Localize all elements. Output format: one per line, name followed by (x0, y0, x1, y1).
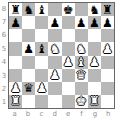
square-e1[interactable] (62, 95, 75, 108)
square-d3[interactable]: ♟ (48, 69, 61, 82)
white-knight: ♞ (50, 42, 61, 54)
square-c2[interactable]: ♟ (35, 82, 48, 95)
white-queen: ♛ (76, 69, 87, 81)
file-label-b: b (21, 109, 34, 119)
rank-labels: 87654321 (0, 2, 8, 109)
black-pawn: ♟ (10, 16, 21, 28)
white-rook: ♜ (10, 95, 21, 107)
square-f2[interactable] (75, 82, 88, 95)
white-knight: ♞ (76, 42, 87, 54)
square-h1[interactable] (101, 95, 114, 108)
square-c5[interactable]: ♝ (35, 42, 48, 55)
white-king: ♚ (76, 95, 87, 107)
square-a1[interactable]: ♜ (9, 95, 22, 108)
black-rook: ♜ (102, 3, 113, 15)
square-d1[interactable] (48, 95, 61, 108)
file-label-g: g (88, 109, 101, 119)
square-f6[interactable] (75, 29, 88, 42)
square-a3[interactable] (9, 69, 22, 82)
chess-board: ♜♞♝♚♞♜♟♟♟♟♟♟♝♞♞♟♟♝♟♟♛♟♛♟♜♚♜ (8, 2, 115, 109)
rank-label-6: 6 (0, 29, 8, 42)
square-d6[interactable] (48, 29, 61, 42)
rank-label-2: 2 (0, 82, 8, 95)
square-h2[interactable] (101, 82, 114, 95)
black-knight: ♞ (23, 3, 34, 15)
white-pawn: ♟ (89, 56, 100, 68)
square-e5[interactable] (62, 42, 75, 55)
black-pawn: ♟ (102, 16, 113, 28)
rank-label-3: 3 (0, 69, 8, 82)
black-knight: ♞ (89, 3, 100, 15)
file-label-h: h (102, 109, 115, 119)
black-bishop: ♝ (36, 42, 47, 54)
square-h5[interactable]: ♟ (101, 42, 114, 55)
black-rook: ♜ (10, 3, 21, 15)
square-h4[interactable] (101, 56, 114, 69)
black-pawn: ♟ (23, 42, 34, 54)
chess-diagram: 87654321 ♜♞♝♚♞♜♟♟♟♟♟♟♝♞♞♟♟♝♟♟♛♟♛♟♜♚♜ abc… (0, 0, 120, 120)
file-label-e: e (62, 109, 75, 119)
square-e7[interactable] (62, 16, 75, 29)
square-e2[interactable] (62, 82, 75, 95)
white-pawn: ♟ (36, 82, 47, 94)
square-e3[interactable] (62, 69, 75, 82)
white-bishop: ♝ (76, 56, 87, 68)
square-a7[interactable]: ♟ (9, 16, 22, 29)
square-g3[interactable] (88, 69, 101, 82)
square-c3[interactable] (35, 69, 48, 82)
square-c1[interactable] (35, 95, 48, 108)
square-c4[interactable] (35, 56, 48, 69)
square-f7[interactable]: ♟ (75, 16, 88, 29)
square-d8[interactable] (48, 3, 61, 16)
square-b2[interactable]: ♛ (22, 82, 35, 95)
rank-label-7: 7 (0, 15, 8, 28)
rank-label-5: 5 (0, 42, 8, 55)
square-a8[interactable]: ♜ (9, 3, 22, 16)
square-b4[interactable] (22, 56, 35, 69)
square-h6[interactable] (101, 29, 114, 42)
square-g1[interactable]: ♜ (88, 95, 101, 108)
black-pawn: ♟ (89, 16, 100, 28)
square-f3[interactable]: ♛ (75, 69, 88, 82)
square-a2[interactable]: ♟ (9, 82, 22, 95)
white-pawn: ♟ (50, 69, 61, 81)
square-g7[interactable]: ♟ (88, 16, 101, 29)
square-f8[interactable] (75, 3, 88, 16)
black-queen: ♛ (23, 82, 34, 94)
square-h7[interactable]: ♟ (101, 16, 114, 29)
square-g2[interactable] (88, 82, 101, 95)
square-g4[interactable]: ♟ (88, 56, 101, 69)
square-a6[interactable] (9, 29, 22, 42)
rank-label-8: 8 (0, 2, 8, 15)
square-e8[interactable]: ♚ (62, 3, 75, 16)
square-d5[interactable]: ♞ (48, 42, 61, 55)
square-b8[interactable]: ♞ (22, 3, 35, 16)
square-a4[interactable] (9, 56, 22, 69)
square-g5[interactable] (88, 42, 101, 55)
square-h8[interactable]: ♜ (101, 3, 114, 16)
square-h3[interactable] (101, 69, 114, 82)
file-labels: abcdefgh (8, 109, 115, 119)
square-f1[interactable]: ♚ (75, 95, 88, 108)
square-g8[interactable]: ♞ (88, 3, 101, 16)
file-label-f: f (75, 109, 88, 119)
file-label-d: d (48, 109, 61, 119)
square-g6[interactable] (88, 29, 101, 42)
square-d2[interactable] (48, 82, 61, 95)
square-d7[interactable]: ♟ (48, 16, 61, 29)
file-label-a: a (8, 109, 21, 119)
square-b7[interactable] (22, 16, 35, 29)
square-d4[interactable] (48, 56, 61, 69)
file-label-c: c (35, 109, 48, 119)
square-f5[interactable]: ♞ (75, 42, 88, 55)
rank-label-4: 4 (0, 56, 8, 69)
white-rook: ♜ (89, 95, 100, 107)
square-b5[interactable]: ♟ (22, 42, 35, 55)
square-f4[interactable]: ♝ (75, 56, 88, 69)
black-pawn: ♟ (50, 16, 61, 28)
square-e6[interactable] (62, 29, 75, 42)
rank-label-1: 1 (0, 96, 8, 109)
square-e4[interactable]: ♟ (62, 56, 75, 69)
white-pawn: ♟ (102, 42, 113, 54)
black-bishop: ♝ (36, 3, 47, 15)
square-b1[interactable] (22, 95, 35, 108)
square-c6[interactable] (35, 29, 48, 42)
white-pawn: ♟ (10, 82, 21, 94)
black-pawn: ♟ (76, 16, 87, 28)
square-b6[interactable] (22, 29, 35, 42)
white-pawn: ♟ (63, 56, 74, 68)
black-king: ♚ (63, 3, 74, 15)
square-c7[interactable] (35, 16, 48, 29)
square-c8[interactable]: ♝ (35, 3, 48, 16)
square-a5[interactable] (9, 42, 22, 55)
square-b3[interactable] (22, 69, 35, 82)
